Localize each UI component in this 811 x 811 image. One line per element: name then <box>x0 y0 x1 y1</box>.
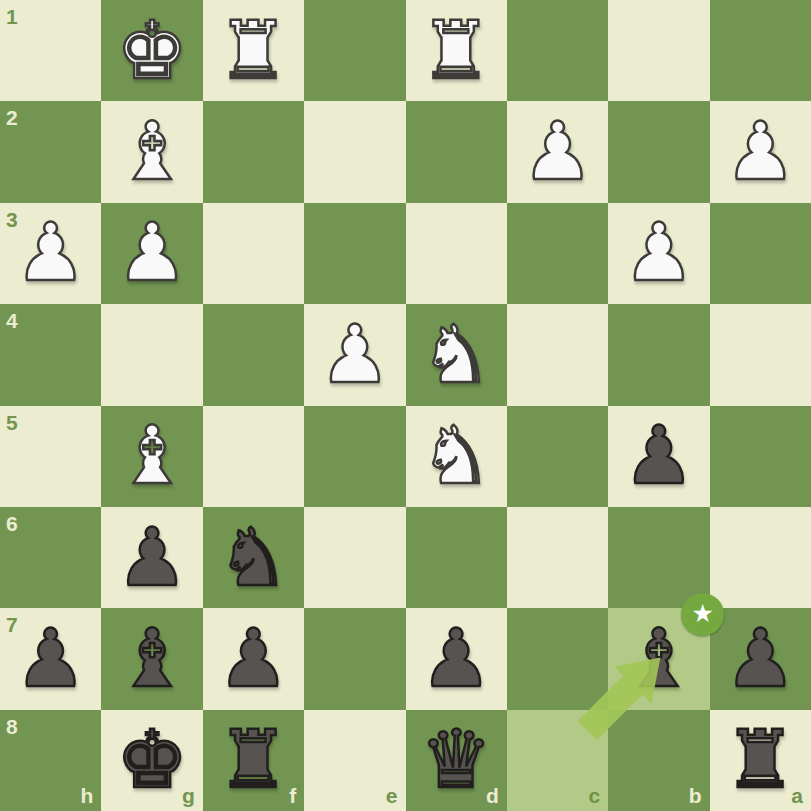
piece-white-bishop-g2[interactable]: ♝ <box>101 101 202 202</box>
square-g5[interactable]: ♝ <box>101 406 202 507</box>
square-f4[interactable] <box>203 304 304 405</box>
piece-white-pawn-c2[interactable]: ♟ <box>507 101 608 202</box>
rank-label-4: 4 <box>6 310 18 331</box>
square-f2[interactable] <box>203 101 304 202</box>
square-a7[interactable]: ♟ <box>710 608 811 709</box>
square-f7[interactable]: ♟ <box>203 608 304 709</box>
square-b6[interactable] <box>608 507 709 608</box>
piece-white-pawn-g3[interactable]: ♟ <box>101 203 202 304</box>
square-f8[interactable]: f♜ <box>203 710 304 811</box>
square-g6[interactable]: ♟ <box>101 507 202 608</box>
square-h6[interactable]: 6 <box>0 507 101 608</box>
square-c1[interactable] <box>507 0 608 101</box>
square-g1[interactable]: ♚ <box>101 0 202 101</box>
square-e7[interactable] <box>304 608 405 709</box>
piece-white-king-g1[interactable]: ♚ <box>101 0 202 101</box>
square-h7[interactable]: 7♟ <box>0 608 101 709</box>
square-g2[interactable]: ♝ <box>101 101 202 202</box>
square-e1[interactable] <box>304 0 405 101</box>
square-b3[interactable]: ♟ <box>608 203 709 304</box>
rank-label-5: 5 <box>6 412 18 433</box>
piece-black-pawn-f7[interactable]: ♟ <box>203 608 304 709</box>
file-label-e: e <box>386 785 398 806</box>
square-a1[interactable] <box>710 0 811 101</box>
rank-label-8: 8 <box>6 716 18 737</box>
piece-white-rook-d1[interactable]: ♜ <box>406 0 507 101</box>
file-label-b: b <box>689 785 702 806</box>
square-f5[interactable] <box>203 406 304 507</box>
piece-black-knight-f6[interactable]: ♞ <box>203 507 304 608</box>
square-d7[interactable]: ♟ <box>406 608 507 709</box>
square-g4[interactable] <box>101 304 202 405</box>
file-label-h: h <box>81 785 94 806</box>
square-b5[interactable]: ♟ <box>608 406 709 507</box>
piece-white-knight-d4[interactable]: ♞ <box>406 304 507 405</box>
piece-black-bishop-g7[interactable]: ♝ <box>101 608 202 709</box>
square-b8[interactable]: b <box>608 710 709 811</box>
square-h4[interactable]: 4 <box>0 304 101 405</box>
square-h1[interactable]: 1 <box>0 0 101 101</box>
square-f1[interactable]: ♜ <box>203 0 304 101</box>
square-c3[interactable] <box>507 203 608 304</box>
square-b7[interactable]: ♝★ <box>608 608 709 709</box>
square-e4[interactable]: ♟ <box>304 304 405 405</box>
piece-black-pawn-g6[interactable]: ♟ <box>101 507 202 608</box>
piece-black-pawn-b5[interactable]: ♟ <box>608 406 709 507</box>
board: 1♚♜♜2♝♟♟3♟♟♟4♟♞5♝♞♟6♟♞7♟♝♟♟♝★♟8hg♚f♜ed♛c… <box>0 0 811 811</box>
square-h8[interactable]: 8h <box>0 710 101 811</box>
square-d5[interactable]: ♞ <box>406 406 507 507</box>
square-d2[interactable] <box>406 101 507 202</box>
square-d3[interactable] <box>406 203 507 304</box>
piece-black-queen-d8[interactable]: ♛ <box>406 710 507 811</box>
square-a6[interactable] <box>710 507 811 608</box>
square-d4[interactable]: ♞ <box>406 304 507 405</box>
piece-white-pawn-a2[interactable]: ♟ <box>710 101 811 202</box>
square-g7[interactable]: ♝ <box>101 608 202 709</box>
square-a3[interactable] <box>710 203 811 304</box>
piece-black-rook-a8[interactable]: ♜ <box>710 710 811 811</box>
square-c7[interactable] <box>507 608 608 709</box>
square-g3[interactable]: ♟ <box>101 203 202 304</box>
piece-white-rook-f1[interactable]: ♜ <box>203 0 304 101</box>
square-e2[interactable] <box>304 101 405 202</box>
square-h5[interactable]: 5 <box>0 406 101 507</box>
square-e5[interactable] <box>304 406 405 507</box>
rank-label-6: 6 <box>6 513 18 534</box>
square-c5[interactable] <box>507 406 608 507</box>
square-f6[interactable]: ♞ <box>203 507 304 608</box>
rank-label-2: 2 <box>6 107 18 128</box>
piece-black-king-g8[interactable]: ♚ <box>101 710 202 811</box>
piece-white-knight-d5[interactable]: ♞ <box>406 406 507 507</box>
square-h3[interactable]: 3♟ <box>0 203 101 304</box>
piece-black-pawn-d7[interactable]: ♟ <box>406 608 507 709</box>
square-a2[interactable]: ♟ <box>710 101 811 202</box>
square-g8[interactable]: g♚ <box>101 710 202 811</box>
square-d6[interactable] <box>406 507 507 608</box>
piece-white-pawn-e4[interactable]: ♟ <box>304 304 405 405</box>
square-e8[interactable]: e <box>304 710 405 811</box>
square-d1[interactable]: ♜ <box>406 0 507 101</box>
square-f3[interactable] <box>203 203 304 304</box>
square-c2[interactable]: ♟ <box>507 101 608 202</box>
star-icon: ★ <box>692 601 714 626</box>
square-d8[interactable]: d♛ <box>406 710 507 811</box>
square-c6[interactable] <box>507 507 608 608</box>
square-c8[interactable]: c <box>507 710 608 811</box>
piece-black-rook-f8[interactable]: ♜ <box>203 710 304 811</box>
square-h2[interactable]: 2 <box>0 101 101 202</box>
square-b2[interactable] <box>608 101 709 202</box>
square-a8[interactable]: a♜ <box>710 710 811 811</box>
piece-black-pawn-h7[interactable]: ♟ <box>0 608 101 709</box>
file-label-c: c <box>589 785 601 806</box>
piece-white-pawn-b3[interactable]: ♟ <box>608 203 709 304</box>
piece-white-bishop-g5[interactable]: ♝ <box>101 406 202 507</box>
square-e6[interactable] <box>304 507 405 608</box>
square-c4[interactable] <box>507 304 608 405</box>
square-a4[interactable] <box>710 304 811 405</box>
square-b1[interactable] <box>608 0 709 101</box>
square-b4[interactable] <box>608 304 709 405</box>
square-a5[interactable] <box>710 406 811 507</box>
square-e3[interactable] <box>304 203 405 304</box>
piece-white-pawn-h3[interactable]: ♟ <box>0 203 101 304</box>
piece-black-pawn-a7[interactable]: ♟ <box>710 608 811 709</box>
rank-label-1: 1 <box>6 6 18 27</box>
